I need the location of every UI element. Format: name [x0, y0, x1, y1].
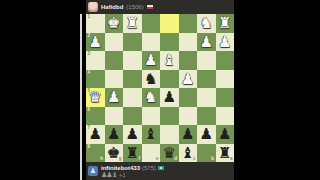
- rank-label: 4: [88, 71, 91, 76]
- square-c8[interactable]: ♝c: [179, 144, 198, 163]
- rank-label: 8: [88, 145, 91, 150]
- square-f7[interactable]: ♟: [123, 125, 142, 144]
- piece-white-bishop: ♝: [163, 51, 176, 70]
- screen: Hafidbd (1506) 1♚♜♞♜♟2♟♟3♟♝4♞♟♛5♟♞♟6♟7♟♟…: [0, 0, 320, 180]
- square-d4[interactable]: [160, 70, 179, 89]
- player-avatar[interactable]: ♟: [88, 166, 98, 176]
- piece-white-pawn: ♟: [181, 70, 194, 89]
- file-label: b: [211, 157, 214, 162]
- file-label: c: [193, 157, 196, 162]
- square-b8[interactable]: b: [197, 144, 216, 163]
- flag-icon: [147, 5, 153, 9]
- square-e7[interactable]: ♝: [142, 125, 161, 144]
- square-e4[interactable]: ♞: [142, 70, 161, 89]
- background-page-sliver: [80, 14, 82, 180]
- piece-black-pawn: ♟: [89, 125, 102, 144]
- square-a8[interactable]: ♜a: [216, 144, 235, 163]
- square-f4[interactable]: [123, 70, 142, 89]
- piece-black-pawn: ♟: [200, 125, 213, 144]
- square-h8[interactable]: 8h: [86, 144, 105, 163]
- rank-label: 1: [88, 15, 91, 20]
- square-g5[interactable]: ♟: [105, 88, 124, 107]
- square-d2[interactable]: [160, 33, 179, 52]
- rank-label: 7: [88, 126, 91, 131]
- opponent-avatar[interactable]: [88, 2, 98, 12]
- file-label: h: [100, 157, 103, 162]
- piece-white-pawn: ♟: [218, 33, 231, 52]
- player-name: infinitebot433: [101, 165, 140, 171]
- captured-piece-icons: ♟♟♝: [101, 172, 117, 178]
- square-c3[interactable]: [179, 51, 198, 70]
- square-c6[interactable]: [179, 107, 198, 126]
- rank-label: 6: [88, 108, 91, 113]
- square-g8[interactable]: ♚g: [105, 144, 124, 163]
- piece-white-pawn: ♟: [144, 51, 157, 70]
- square-b4[interactable]: [197, 70, 216, 89]
- square-c5[interactable]: [179, 88, 198, 107]
- piece-white-king: ♚: [107, 14, 120, 33]
- square-a5[interactable]: [216, 88, 235, 107]
- square-e2[interactable]: [142, 33, 161, 52]
- chess-app-window: Hafidbd (1506) 1♚♜♞♜♟2♟♟3♟♝4♞♟♛5♟♞♟6♟7♟♟…: [86, 0, 234, 180]
- captured-pieces: ♟♟♝ +1: [101, 172, 164, 178]
- piece-black-pawn: ♟: [163, 88, 176, 107]
- square-d7[interactable]: [160, 125, 179, 144]
- square-h7[interactable]: ♟7: [86, 125, 105, 144]
- square-d8[interactable]: ♛d: [160, 144, 179, 163]
- square-c1[interactable]: [179, 14, 198, 33]
- flag-icon: [158, 166, 164, 170]
- piece-black-pawn: ♟: [218, 125, 231, 144]
- piece-white-pawn: ♟: [89, 33, 102, 52]
- square-h6[interactable]: 6: [86, 107, 105, 126]
- square-f2[interactable]: [123, 33, 142, 52]
- player-rating: (575): [142, 165, 156, 171]
- file-label: f: [139, 157, 141, 162]
- square-a6[interactable]: [216, 107, 235, 126]
- square-g4[interactable]: [105, 70, 124, 89]
- piece-black-knight: ♞: [144, 70, 157, 89]
- square-a7[interactable]: ♟: [216, 125, 235, 144]
- square-f3[interactable]: [123, 51, 142, 70]
- square-c2[interactable]: [179, 33, 198, 52]
- opponent-rating: (1506): [126, 4, 143, 10]
- square-a4[interactable]: [216, 70, 235, 89]
- square-e1[interactable]: [142, 14, 161, 33]
- file-label: d: [174, 157, 177, 162]
- square-g6[interactable]: [105, 107, 124, 126]
- square-h5[interactable]: ♛5: [86, 88, 105, 107]
- piece-white-pawn: ♟: [200, 33, 213, 52]
- square-h1[interactable]: 1: [86, 14, 105, 33]
- opponent-bar: Hafidbd (1506): [86, 0, 234, 14]
- square-g3[interactable]: [105, 51, 124, 70]
- square-g2[interactable]: [105, 33, 124, 52]
- opponent-name: Hafidbd: [101, 4, 123, 10]
- piece-white-rook: ♜: [218, 14, 231, 33]
- square-g7[interactable]: ♟: [105, 125, 124, 144]
- square-b6[interactable]: [197, 107, 216, 126]
- square-g1[interactable]: ♚: [105, 14, 124, 33]
- square-c7[interactable]: ♟: [179, 125, 198, 144]
- square-c4[interactable]: ♟: [179, 70, 198, 89]
- square-b2[interactable]: ♟: [197, 33, 216, 52]
- material-advantage: +1: [119, 172, 126, 178]
- file-label: a: [230, 157, 233, 162]
- rank-label: 2: [88, 34, 91, 39]
- piece-black-pawn: ♟: [126, 125, 139, 144]
- square-e3[interactable]: ♟: [142, 51, 161, 70]
- square-f6[interactable]: [123, 107, 142, 126]
- piece-black-rook: ♜: [126, 144, 139, 163]
- piece-black-pawn: ♟: [181, 125, 194, 144]
- player-bar: ♟ infinitebot433 (575) ♟♟♝ +1: [86, 162, 234, 180]
- square-a1[interactable]: ♜: [216, 14, 235, 33]
- square-d1[interactable]: [160, 14, 179, 33]
- square-e6[interactable]: [142, 107, 161, 126]
- piece-white-rook: ♜: [126, 14, 139, 33]
- square-b1[interactable]: ♞: [197, 14, 216, 33]
- square-b3[interactable]: [197, 51, 216, 70]
- rank-label: 5: [88, 89, 91, 94]
- square-b5[interactable]: [197, 88, 216, 107]
- square-h2[interactable]: ♟2: [86, 33, 105, 52]
- square-h4[interactable]: 4: [86, 70, 105, 89]
- square-b7[interactable]: ♟: [197, 125, 216, 144]
- square-a2[interactable]: ♟: [216, 33, 235, 52]
- rank-label: 3: [88, 52, 91, 57]
- piece-white-knight: ♞: [144, 88, 157, 107]
- chess-board: 1♚♜♞♜♟2♟♟3♟♝4♞♟♛5♟♞♟6♟7♟♟♝♟♟♟8h♚g♜fe♛d♝c…: [86, 14, 234, 162]
- square-e8[interactable]: e: [142, 144, 161, 163]
- file-label: e: [156, 157, 159, 162]
- square-d3[interactable]: ♝: [160, 51, 179, 70]
- square-f8[interactable]: ♜f: [123, 144, 142, 163]
- file-label: g: [119, 157, 122, 162]
- square-f5[interactable]: [123, 88, 142, 107]
- square-f1[interactable]: ♜: [123, 14, 142, 33]
- piece-white-queen: ♛: [89, 88, 102, 107]
- piece-black-pawn: ♟: [107, 125, 120, 144]
- square-a3[interactable]: [216, 51, 235, 70]
- square-d6[interactable]: [160, 107, 179, 126]
- piece-white-pawn: ♟: [107, 88, 120, 107]
- piece-black-bishop: ♝: [144, 125, 157, 144]
- player-info: infinitebot433 (575) ♟♟♝ +1: [101, 165, 164, 178]
- piece-white-knight: ♞: [200, 14, 213, 33]
- square-h3[interactable]: 3: [86, 51, 105, 70]
- square-d5[interactable]: ♟: [160, 88, 179, 107]
- square-e5[interactable]: ♞: [142, 88, 161, 107]
